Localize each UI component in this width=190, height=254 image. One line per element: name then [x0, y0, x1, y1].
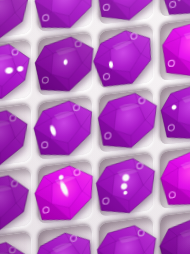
rhinestone-svg — [160, 20, 190, 79]
rhinestone — [33, 97, 95, 161]
bead-tray — [0, 0, 190, 254]
rhinestone — [95, 156, 157, 216]
rhinestone — [34, 0, 96, 34]
rhinestone-svg — [158, 0, 190, 22]
rhinestone-svg — [0, 241, 30, 254]
rhinestone-svg — [95, 0, 159, 23]
rhinestone-svg — [97, 91, 159, 151]
rhinestone-svg — [159, 146, 190, 212]
rhinestone — [95, 0, 159, 23]
photo-frame — [0, 0, 190, 254]
rhinestone — [161, 82, 190, 144]
rhinestone-svg — [0, 110, 30, 167]
rhinestone — [0, 241, 30, 254]
rhinestone-svg — [33, 97, 95, 161]
rhinestone-svg — [96, 224, 159, 254]
rhinestone — [35, 34, 95, 96]
rhinestone — [96, 224, 159, 254]
rhinestone — [0, 110, 30, 167]
rhinestone — [97, 91, 159, 151]
rhinestone — [34, 162, 97, 227]
rhinestone — [160, 20, 190, 79]
rhinestone-svg — [34, 0, 96, 34]
rhinestone — [159, 146, 190, 212]
rhinestone — [158, 0, 190, 22]
rhinestone-svg — [161, 82, 190, 144]
